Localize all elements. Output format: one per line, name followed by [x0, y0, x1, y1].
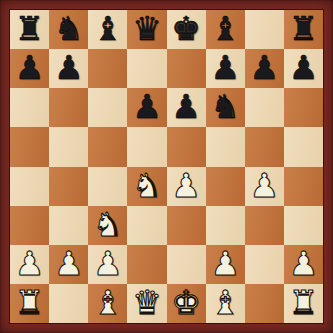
- square-g4[interactable]: ♟: [245, 167, 284, 206]
- square-e8[interactable]: ♚: [167, 10, 206, 49]
- square-g5[interactable]: [245, 127, 284, 166]
- black-king[interactable]: ♚: [171, 10, 201, 48]
- white-pawn[interactable]: ♟: [171, 167, 201, 205]
- black-pawn[interactable]: ♟: [54, 49, 84, 87]
- square-a5[interactable]: [10, 127, 49, 166]
- square-h8[interactable]: ♜: [284, 10, 323, 49]
- square-b4[interactable]: [49, 167, 88, 206]
- white-pawn[interactable]: ♟: [15, 245, 45, 283]
- black-rook[interactable]: ♜: [289, 10, 319, 48]
- square-f8[interactable]: ♝: [206, 10, 245, 49]
- square-g6[interactable]: [245, 88, 284, 127]
- square-a6[interactable]: [10, 88, 49, 127]
- square-g8[interactable]: [245, 10, 284, 49]
- square-g7[interactable]: ♟: [245, 49, 284, 88]
- square-h2[interactable]: ♟: [284, 245, 323, 284]
- board-frame: ♜♞♝♛♚♝♜♟♟♟♟♟♟♟♞♞♟♟♞♟♟♟♟♟♜♝♛♚♝♜: [0, 0, 333, 333]
- black-bishop[interactable]: ♝: [210, 10, 240, 48]
- square-c2[interactable]: ♟: [88, 245, 127, 284]
- square-a4[interactable]: [10, 167, 49, 206]
- black-knight[interactable]: ♞: [210, 88, 240, 126]
- square-a7[interactable]: ♟: [10, 49, 49, 88]
- square-f2[interactable]: ♟: [206, 245, 245, 284]
- square-f6[interactable]: ♞: [206, 88, 245, 127]
- black-pawn[interactable]: ♟: [15, 49, 45, 87]
- square-b7[interactable]: ♟: [49, 49, 88, 88]
- white-bishop[interactable]: ♝: [93, 284, 123, 322]
- square-h6[interactable]: [284, 88, 323, 127]
- white-pawn[interactable]: ♟: [93, 245, 123, 283]
- white-knight[interactable]: ♞: [93, 206, 123, 244]
- square-e7[interactable]: [167, 49, 206, 88]
- white-pawn[interactable]: ♟: [54, 245, 84, 283]
- black-pawn[interactable]: ♟: [210, 49, 240, 87]
- square-a1[interactable]: ♜: [10, 284, 49, 323]
- square-f4[interactable]: [206, 167, 245, 206]
- square-c6[interactable]: [88, 88, 127, 127]
- white-pawn[interactable]: ♟: [250, 167, 280, 205]
- square-h4[interactable]: [284, 167, 323, 206]
- white-knight[interactable]: ♞: [132, 167, 162, 205]
- square-c4[interactable]: [88, 167, 127, 206]
- square-d4[interactable]: ♞: [127, 167, 166, 206]
- chess-board: ♜♞♝♛♚♝♜♟♟♟♟♟♟♟♞♞♟♟♞♟♟♟♟♟♜♝♛♚♝♜: [10, 10, 323, 323]
- square-e4[interactable]: ♟: [167, 167, 206, 206]
- square-g1[interactable]: [245, 284, 284, 323]
- white-rook[interactable]: ♜: [289, 284, 319, 322]
- square-f7[interactable]: ♟: [206, 49, 245, 88]
- square-d5[interactable]: [127, 127, 166, 166]
- white-pawn[interactable]: ♟: [210, 245, 240, 283]
- square-e1[interactable]: ♚: [167, 284, 206, 323]
- square-c7[interactable]: [88, 49, 127, 88]
- square-d8[interactable]: ♛: [127, 10, 166, 49]
- square-a3[interactable]: [10, 206, 49, 245]
- square-h1[interactable]: ♜: [284, 284, 323, 323]
- square-f5[interactable]: [206, 127, 245, 166]
- square-h5[interactable]: [284, 127, 323, 166]
- square-b5[interactable]: [49, 127, 88, 166]
- square-b1[interactable]: [49, 284, 88, 323]
- square-e3[interactable]: [167, 206, 206, 245]
- black-pawn[interactable]: ♟: [289, 49, 319, 87]
- square-b8[interactable]: ♞: [49, 10, 88, 49]
- white-queen[interactable]: ♛: [132, 284, 162, 322]
- square-e6[interactable]: ♟: [167, 88, 206, 127]
- black-rook[interactable]: ♜: [15, 10, 45, 48]
- black-pawn[interactable]: ♟: [132, 88, 162, 126]
- square-e2[interactable]: [167, 245, 206, 284]
- square-d7[interactable]: [127, 49, 166, 88]
- square-f3[interactable]: [206, 206, 245, 245]
- black-knight[interactable]: ♞: [54, 10, 84, 48]
- black-pawn[interactable]: ♟: [171, 88, 201, 126]
- square-g3[interactable]: [245, 206, 284, 245]
- square-b3[interactable]: [49, 206, 88, 245]
- square-b2[interactable]: ♟: [49, 245, 88, 284]
- black-queen[interactable]: ♛: [132, 10, 162, 48]
- white-king[interactable]: ♚: [171, 284, 201, 322]
- square-b6[interactable]: [49, 88, 88, 127]
- square-c8[interactable]: ♝: [88, 10, 127, 49]
- black-pawn[interactable]: ♟: [250, 49, 280, 87]
- square-c5[interactable]: [88, 127, 127, 166]
- square-f1[interactable]: ♝: [206, 284, 245, 323]
- white-rook[interactable]: ♜: [15, 284, 45, 322]
- square-h3[interactable]: [284, 206, 323, 245]
- square-a8[interactable]: ♜: [10, 10, 49, 49]
- square-c3[interactable]: ♞: [88, 206, 127, 245]
- white-pawn[interactable]: ♟: [289, 245, 319, 283]
- square-d3[interactable]: [127, 206, 166, 245]
- square-d1[interactable]: ♛: [127, 284, 166, 323]
- square-c1[interactable]: ♝: [88, 284, 127, 323]
- square-g2[interactable]: [245, 245, 284, 284]
- black-bishop[interactable]: ♝: [93, 10, 123, 48]
- square-e5[interactable]: [167, 127, 206, 166]
- white-bishop[interactable]: ♝: [210, 284, 240, 322]
- square-d6[interactable]: ♟: [127, 88, 166, 127]
- square-d2[interactable]: [127, 245, 166, 284]
- square-a2[interactable]: ♟: [10, 245, 49, 284]
- square-h7[interactable]: ♟: [284, 49, 323, 88]
